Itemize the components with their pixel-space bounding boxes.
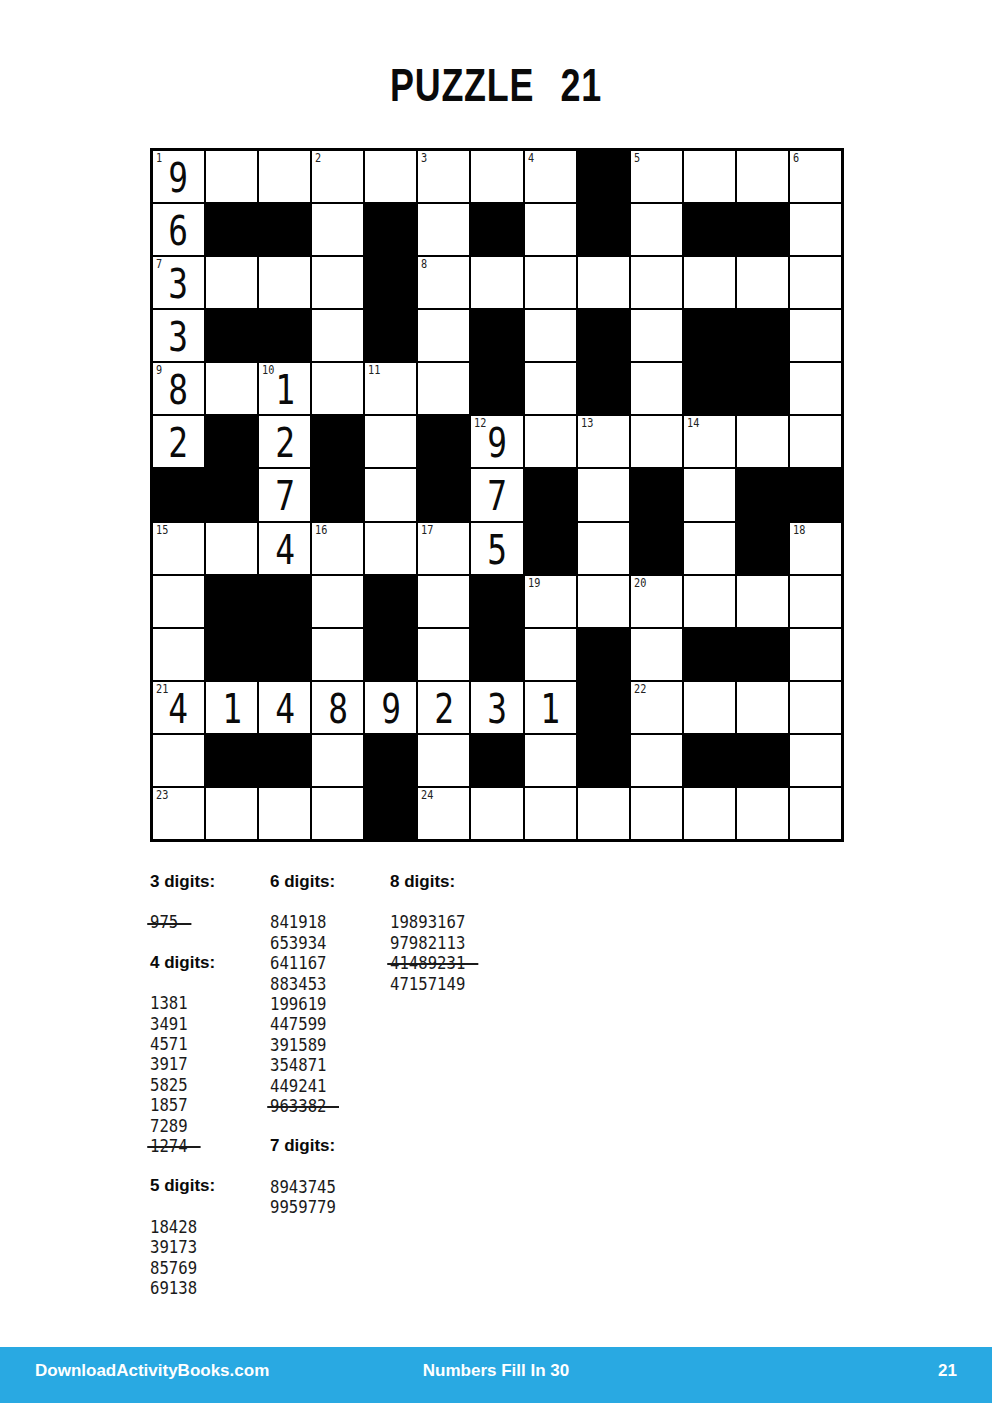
grid-cell[interactable]: 7 xyxy=(258,468,311,521)
black-cell xyxy=(577,203,630,256)
clue-number: 16 xyxy=(315,524,327,537)
grid-cell[interactable] xyxy=(205,522,258,575)
grid-cell[interactable] xyxy=(736,575,789,628)
black-cell xyxy=(470,628,523,681)
grid-cell[interactable] xyxy=(630,787,683,840)
grid-cell[interactable] xyxy=(470,150,523,203)
bank-section: 5 digits:18428391738576969138 xyxy=(150,1176,270,1298)
grid-cell[interactable]: 2 xyxy=(152,415,205,468)
grid-cell[interactable] xyxy=(524,787,577,840)
grid-cell[interactable] xyxy=(311,628,364,681)
bank-number: 199619 xyxy=(270,994,327,1014)
grid-cell[interactable]: 2 xyxy=(417,681,470,734)
bank-number: 39173 xyxy=(150,1237,197,1257)
clue-number: 14 xyxy=(687,417,699,430)
grid-cell[interactable]: 129 xyxy=(470,415,523,468)
grid-cell[interactable] xyxy=(152,628,205,681)
bank-number-line: 8943745 xyxy=(270,1177,390,1197)
clue-number: 24 xyxy=(421,789,433,802)
black-cell xyxy=(152,468,205,521)
clue-number: 15 xyxy=(156,524,168,537)
black-cell xyxy=(736,468,789,521)
bank-section: 8 digits:1989316797982113414892314715714… xyxy=(390,872,510,994)
grid-cell[interactable]: 15 xyxy=(152,522,205,575)
black-cell xyxy=(683,628,736,681)
grid-cell[interactable] xyxy=(417,734,470,787)
black-cell xyxy=(205,468,258,521)
grid-cell[interactable]: 98 xyxy=(152,362,205,415)
black-cell xyxy=(683,734,736,787)
grid-cell[interactable] xyxy=(683,787,736,840)
bank-number-line: 9959779 xyxy=(270,1197,390,1217)
bank-number-line: 975 xyxy=(150,912,270,932)
black-cell xyxy=(258,203,311,256)
black-cell xyxy=(736,362,789,415)
clue-number: 22 xyxy=(634,683,646,696)
grid-cell[interactable]: 3 xyxy=(470,681,523,734)
bank-number-struck: 41489231 xyxy=(390,953,465,973)
grid-cell[interactable]: 2 xyxy=(311,150,364,203)
black-cell xyxy=(364,256,417,309)
black-cell xyxy=(470,309,523,362)
grid-cell[interactable]: 73 xyxy=(152,256,205,309)
bank-number: 391589 xyxy=(270,1035,327,1055)
black-cell xyxy=(364,309,417,362)
black-cell xyxy=(364,628,417,681)
clue-number: 7 xyxy=(156,258,162,271)
black-cell xyxy=(683,203,736,256)
grid-cell[interactable]: 22 xyxy=(630,681,683,734)
black-cell xyxy=(577,150,630,203)
clue-number: 11 xyxy=(368,364,380,377)
clue-number: 20 xyxy=(634,577,646,590)
black-cell xyxy=(205,203,258,256)
grid-cell[interactable] xyxy=(789,734,842,787)
black-cell xyxy=(364,787,417,840)
grid-cell[interactable] xyxy=(311,362,364,415)
bank-number: 9959779 xyxy=(270,1197,336,1217)
bank-section: 6 digits:8419186539346411678834531996194… xyxy=(270,872,390,1116)
bank-column: 8 digits:1989316797982113414892314715714… xyxy=(390,872,510,1318)
black-cell xyxy=(258,628,311,681)
footer-bar: DownloadActivityBooks.com Numbers Fill I… xyxy=(0,1347,992,1403)
grid-cell[interactable] xyxy=(311,309,364,362)
black-cell xyxy=(736,734,789,787)
grid-cell[interactable] xyxy=(789,203,842,256)
grid-cell[interactable] xyxy=(258,150,311,203)
bank-number-line: 199619 xyxy=(270,994,390,1014)
cell-digit: 2 xyxy=(434,689,454,729)
bank-number: 69138 xyxy=(150,1278,197,1298)
grid-cell[interactable] xyxy=(577,522,630,575)
cell-digit: 9 xyxy=(169,158,189,198)
black-cell xyxy=(524,468,577,521)
clue-number: 9 xyxy=(156,364,162,377)
grid-cell[interactable] xyxy=(683,256,736,309)
bank-number-struck: 1274 xyxy=(150,1136,188,1156)
grid-cell[interactable] xyxy=(577,787,630,840)
bank-number-line: 641167 xyxy=(270,953,390,973)
bank-number-line: 85769 xyxy=(150,1258,270,1278)
grid-cell[interactable] xyxy=(683,575,736,628)
grid-cell[interactable]: 17 xyxy=(417,522,470,575)
grid-cell[interactable] xyxy=(470,256,523,309)
grid-cell[interactable]: 4 xyxy=(258,522,311,575)
bank-section-header: 6 digits: xyxy=(270,872,390,892)
grid-cell[interactable] xyxy=(311,734,364,787)
cell-digit: 2 xyxy=(275,423,295,463)
black-cell xyxy=(470,362,523,415)
grid-cell[interactable] xyxy=(736,681,789,734)
grid-cell[interactable] xyxy=(577,575,630,628)
grid-cell[interactable]: 16 xyxy=(311,522,364,575)
bank-number: 841918 xyxy=(270,912,327,932)
bank-number: 883453 xyxy=(270,974,327,994)
grid-cell[interactable] xyxy=(258,256,311,309)
footer-page-number: 21 xyxy=(938,1361,957,1381)
grid-cell[interactable] xyxy=(789,362,842,415)
bank-number: 47157149 xyxy=(390,974,465,994)
grid-cell[interactable] xyxy=(789,787,842,840)
cell-digit: 3 xyxy=(169,264,189,304)
cell-digit: 8 xyxy=(328,689,348,729)
bank-number-line: 18428 xyxy=(150,1217,270,1237)
black-cell xyxy=(258,734,311,787)
bank-number: 4571 xyxy=(150,1034,188,1054)
black-cell xyxy=(577,362,630,415)
grid-cell[interactable] xyxy=(524,309,577,362)
grid-cell[interactable]: 5 xyxy=(630,150,683,203)
grid-cell[interactable] xyxy=(364,468,417,521)
footer-book-title: Numbers Fill In 30 xyxy=(0,1361,992,1381)
grid-cell[interactable] xyxy=(683,681,736,734)
black-cell xyxy=(311,468,364,521)
bank-number: 3917 xyxy=(150,1054,188,1074)
grid-cell[interactable] xyxy=(683,468,736,521)
page-title: PUZZLE 21 xyxy=(109,58,883,112)
grid-cell[interactable] xyxy=(524,628,577,681)
bank-section: 7 digits:89437459959779 xyxy=(270,1136,390,1217)
grid-cell[interactable]: 19 xyxy=(152,150,205,203)
cell-digit: 3 xyxy=(487,689,507,729)
bank-number-line: 1857 xyxy=(150,1095,270,1115)
clue-number: 3 xyxy=(421,152,427,165)
black-cell xyxy=(630,468,683,521)
black-cell xyxy=(205,734,258,787)
clue-number: 6 xyxy=(793,152,799,165)
bank-number-line: 41489231 xyxy=(390,953,510,973)
bank-number-line: 1274 xyxy=(150,1136,270,1156)
grid-cell[interactable] xyxy=(417,203,470,256)
black-cell xyxy=(470,575,523,628)
grid-cell[interactable] xyxy=(630,628,683,681)
cell-digit: 1 xyxy=(540,689,560,729)
cell-digit: 3 xyxy=(169,317,189,357)
grid-cell[interactable] xyxy=(577,256,630,309)
bank-number-line: 3917 xyxy=(150,1054,270,1074)
bank-column: 3 digits:9754 digits:1381349145713917582… xyxy=(150,872,270,1318)
grid-cell[interactable]: 23 xyxy=(152,787,205,840)
grid-cell[interactable]: 8 xyxy=(417,256,470,309)
grid-cell[interactable]: 101 xyxy=(258,362,311,415)
cell-digit: 4 xyxy=(169,689,189,729)
bank-number-line: 47157149 xyxy=(390,974,510,994)
grid-cell[interactable] xyxy=(736,150,789,203)
bank-number: 1857 xyxy=(150,1095,188,1115)
grid-cell[interactable] xyxy=(789,256,842,309)
bank-number-line: 883453 xyxy=(270,974,390,994)
bank-number: 449241 xyxy=(270,1076,327,1096)
bank-section: 3 digits:975 xyxy=(150,872,270,933)
grid-cell[interactable]: 19 xyxy=(524,575,577,628)
grid-cell[interactable] xyxy=(630,734,683,787)
clue-number: 12 xyxy=(474,417,486,430)
bank-section-header: 3 digits: xyxy=(150,872,270,892)
cell-digit: 9 xyxy=(487,423,507,463)
grid-cell[interactable] xyxy=(683,150,736,203)
grid-cell[interactable] xyxy=(417,575,470,628)
bank-number: 97982113 xyxy=(390,933,465,953)
bank-number-line: 7289 xyxy=(150,1116,270,1136)
grid-cell[interactable] xyxy=(630,309,683,362)
black-cell xyxy=(789,468,842,521)
black-cell xyxy=(258,309,311,362)
bank-number: 447599 xyxy=(270,1014,327,1034)
bank-number-line: 449241 xyxy=(270,1076,390,1096)
black-cell xyxy=(205,628,258,681)
grid-cell[interactable]: 24 xyxy=(417,787,470,840)
black-cell xyxy=(470,734,523,787)
grid-cell[interactable] xyxy=(789,681,842,734)
cell-digit: 6 xyxy=(169,211,189,251)
bank-number-line: 97982113 xyxy=(390,933,510,953)
bank-number-line: 19893167 xyxy=(390,912,510,932)
bank-number: 641167 xyxy=(270,953,327,973)
grid-cell[interactable] xyxy=(311,787,364,840)
cell-digit: 1 xyxy=(222,689,242,729)
bank-column: 6 digits:8419186539346411678834531996194… xyxy=(270,872,390,1318)
black-cell xyxy=(736,309,789,362)
black-cell xyxy=(736,203,789,256)
grid-cell[interactable] xyxy=(417,362,470,415)
grid-cell[interactable] xyxy=(364,522,417,575)
black-cell xyxy=(736,522,789,575)
black-cell xyxy=(364,575,417,628)
grid-cell[interactable] xyxy=(524,256,577,309)
bank-number-line: 391589 xyxy=(270,1035,390,1055)
cell-digit: 8 xyxy=(169,370,189,410)
grid-cell[interactable]: 18 xyxy=(789,522,842,575)
black-cell xyxy=(417,468,470,521)
grid-cell[interactable]: 3 xyxy=(152,309,205,362)
bank-section-header: 8 digits: xyxy=(390,872,510,892)
bank-number-line: 963382 xyxy=(270,1096,390,1116)
clue-number: 17 xyxy=(421,524,433,537)
bank-number-line: 354871 xyxy=(270,1055,390,1075)
bank-number-line: 5825 xyxy=(150,1075,270,1095)
grid-cell[interactable] xyxy=(736,256,789,309)
clue-number: 8 xyxy=(421,258,427,271)
grid-cell[interactable] xyxy=(630,256,683,309)
grid-cell[interactable] xyxy=(524,734,577,787)
bank-number-line: 69138 xyxy=(150,1278,270,1298)
bank-number: 7289 xyxy=(150,1116,188,1136)
bank-number: 18428 xyxy=(150,1217,197,1237)
bank-number: 19893167 xyxy=(390,912,465,932)
grid-cell[interactable] xyxy=(736,415,789,468)
black-cell xyxy=(258,575,311,628)
black-cell xyxy=(577,309,630,362)
bank-number-struck: 963382 xyxy=(270,1096,327,1116)
bank-number-line: 841918 xyxy=(270,912,390,932)
black-cell xyxy=(683,309,736,362)
bank-number-line: 4571 xyxy=(150,1034,270,1054)
cell-digit: 7 xyxy=(487,476,507,516)
grid-cell[interactable] xyxy=(577,468,630,521)
grid-cell[interactable] xyxy=(683,522,736,575)
grid-cell[interactable] xyxy=(789,415,842,468)
bank-number: 5825 xyxy=(150,1075,188,1095)
bank-number: 653934 xyxy=(270,933,327,953)
grid-cell[interactable]: 3 xyxy=(417,150,470,203)
grid-cell[interactable]: 2 xyxy=(258,415,311,468)
grid-cell[interactable] xyxy=(524,203,577,256)
black-cell xyxy=(470,203,523,256)
grid-cell[interactable] xyxy=(205,256,258,309)
grid-cell[interactable] xyxy=(205,150,258,203)
clue-number: 19 xyxy=(528,577,540,590)
black-cell xyxy=(577,681,630,734)
black-cell xyxy=(577,628,630,681)
bank-number-line: 447599 xyxy=(270,1014,390,1034)
grid-cell[interactable] xyxy=(524,362,577,415)
grid-cell[interactable]: 13 xyxy=(577,415,630,468)
grid-cell[interactable]: 11 xyxy=(364,362,417,415)
black-cell xyxy=(364,734,417,787)
bank-section-header: 7 digits: xyxy=(270,1136,390,1156)
grid-cell[interactable]: 14 xyxy=(683,415,736,468)
grid-cell[interactable] xyxy=(205,362,258,415)
clue-number: 4 xyxy=(528,152,534,165)
grid-cell[interactable] xyxy=(205,787,258,840)
clue-number: 21 xyxy=(156,683,168,696)
grid-cell[interactable]: 1 xyxy=(524,681,577,734)
bank-number: 1381 xyxy=(150,993,188,1013)
grid-cell[interactable] xyxy=(789,575,842,628)
grid-cell[interactable] xyxy=(364,415,417,468)
bank-number-struck: 975 xyxy=(150,912,178,932)
bank-number-line: 1381 xyxy=(150,993,270,1013)
black-cell xyxy=(630,522,683,575)
black-cell xyxy=(524,522,577,575)
black-cell xyxy=(683,362,736,415)
grid-cell[interactable] xyxy=(630,203,683,256)
grid-cell[interactable]: 214 xyxy=(152,681,205,734)
grid-cell[interactable]: 4 xyxy=(524,150,577,203)
black-cell xyxy=(205,415,258,468)
cell-digit: 4 xyxy=(275,689,295,729)
grid-cell[interactable]: 6 xyxy=(789,150,842,203)
grid-cell[interactable] xyxy=(470,787,523,840)
cell-digit: 5 xyxy=(487,530,507,570)
cell-digit: 4 xyxy=(275,530,295,570)
clue-number: 5 xyxy=(634,152,640,165)
grid-cell[interactable]: 9 xyxy=(364,681,417,734)
clue-number: 23 xyxy=(156,789,168,802)
grid-cell[interactable] xyxy=(789,309,842,362)
grid-cell[interactable]: 7 xyxy=(470,468,523,521)
black-cell xyxy=(577,734,630,787)
grid-cell[interactable] xyxy=(258,787,311,840)
grid-cell[interactable] xyxy=(417,309,470,362)
grid-cell[interactable] xyxy=(417,628,470,681)
cell-digit: 9 xyxy=(381,689,401,729)
clue-number: 2 xyxy=(315,152,321,165)
grid-cell[interactable] xyxy=(311,203,364,256)
black-cell xyxy=(311,415,364,468)
grid-cell[interactable]: 20 xyxy=(630,575,683,628)
bank-number-line: 3491 xyxy=(150,1014,270,1034)
bank-number-line: 39173 xyxy=(150,1237,270,1257)
black-cell xyxy=(205,575,258,628)
bank-number: 354871 xyxy=(270,1055,327,1075)
bank-section: 4 digits:1381349145713917582518577289127… xyxy=(150,953,270,1157)
clue-number: 18 xyxy=(793,524,805,537)
bank-number: 3491 xyxy=(150,1014,188,1034)
clue-number: 10 xyxy=(262,364,274,377)
grid-cell[interactable]: 1 xyxy=(205,681,258,734)
grid-cell[interactable] xyxy=(789,628,842,681)
grid-cell[interactable] xyxy=(630,362,683,415)
grid-cell[interactable] xyxy=(524,415,577,468)
cell-digit: 7 xyxy=(275,476,295,516)
grid-cell[interactable]: 4 xyxy=(258,681,311,734)
number-bank: 3 digits:9754 digits:1381349145713917582… xyxy=(150,872,510,1318)
bank-number: 85769 xyxy=(150,1258,197,1278)
grid-cell[interactable]: 8 xyxy=(311,681,364,734)
black-cell xyxy=(364,203,417,256)
grid-cell[interactable]: 6 xyxy=(152,203,205,256)
grid-cell[interactable] xyxy=(152,575,205,628)
black-cell xyxy=(417,415,470,468)
black-cell xyxy=(736,628,789,681)
grid-cell[interactable]: 5 xyxy=(470,522,523,575)
bank-section-header: 4 digits: xyxy=(150,953,270,973)
grid-cell[interactable] xyxy=(311,256,364,309)
clue-number: 1 xyxy=(156,152,162,165)
bank-number: 8943745 xyxy=(270,1177,336,1197)
bank-section-header: 5 digits: xyxy=(150,1176,270,1196)
board: 1923456673839810111221291314771541617518… xyxy=(150,148,844,842)
grid-cell[interactable] xyxy=(152,734,205,787)
cell-digit: 2 xyxy=(169,423,189,463)
grid-cell[interactable] xyxy=(364,150,417,203)
black-cell xyxy=(205,309,258,362)
clue-number: 13 xyxy=(581,417,593,430)
grid-cell[interactable] xyxy=(630,415,683,468)
cell-digit: 1 xyxy=(275,370,295,410)
grid-cell[interactable] xyxy=(736,787,789,840)
bank-number-line: 653934 xyxy=(270,933,390,953)
grid-cell[interactable] xyxy=(311,575,364,628)
